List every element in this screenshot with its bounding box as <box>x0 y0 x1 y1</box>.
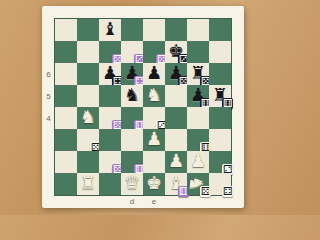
square-e6[interactable]: ♟ <box>143 63 165 85</box>
square-d7[interactable]: ⚂ <box>121 41 143 63</box>
square-f3[interactable] <box>165 129 187 151</box>
white-knight: ♞ <box>77 105 99 129</box>
square-e3[interactable]: ♟ <box>143 129 165 151</box>
square-c1[interactable] <box>99 173 121 195</box>
black-bishop: ♝ <box>99 17 121 41</box>
square-g1[interactable]: ♞⚄ <box>187 173 209 195</box>
square-d2[interactable]: ⚅ <box>121 151 143 173</box>
square-b8[interactable] <box>77 19 99 41</box>
rank-label <box>42 173 55 195</box>
rank-label: 4 <box>42 107 55 129</box>
square-c5[interactable] <box>99 85 121 107</box>
square-b3[interactable]: ⚄ <box>77 129 99 151</box>
square-a1[interactable] <box>55 173 77 195</box>
file-label <box>55 195 77 208</box>
rank-label <box>42 41 55 63</box>
white-die-4: ⚃ <box>222 186 233 197</box>
square-c8[interactable]: ♝ <box>99 19 121 41</box>
square-f6[interactable]: ♟⚄ <box>165 63 187 85</box>
square-a5[interactable] <box>55 85 77 107</box>
square-a6[interactable] <box>55 63 77 85</box>
rank-label: 5 <box>42 85 55 107</box>
file-label <box>77 195 99 208</box>
square-g6[interactable]: ♜⚄ <box>187 63 209 85</box>
square-a2[interactable] <box>55 151 77 173</box>
square-c3[interactable] <box>99 129 121 151</box>
rank-label <box>42 151 55 173</box>
square-c6[interactable]: ♟⚃ <box>99 63 121 85</box>
square-h4[interactable] <box>209 107 231 129</box>
square-g5[interactable]: ♟⚅ <box>187 85 209 107</box>
square-f7[interactable]: ♚⚂ <box>165 41 187 63</box>
square-a7[interactable] <box>55 41 77 63</box>
square-d4[interactable]: ⚅ <box>121 107 143 129</box>
square-d5[interactable]: ♞ <box>121 85 143 107</box>
white-pawn: ♟ <box>165 149 187 173</box>
file-label: e <box>143 195 165 208</box>
square-h1[interactable]: ⚃ <box>209 173 231 195</box>
white-king: ♚ <box>143 171 165 195</box>
square-e4[interactable]: ⚂ <box>143 107 165 129</box>
square-h3[interactable] <box>209 129 231 151</box>
square-d1[interactable]: ♛ <box>121 173 143 195</box>
rank-label: 6 <box>42 63 55 85</box>
square-h2[interactable]: ⚁ <box>209 151 231 173</box>
square-a3[interactable] <box>55 129 77 151</box>
white-queen: ♛ <box>121 171 143 195</box>
square-e7[interactable]: ⚄ <box>143 41 165 63</box>
white-rook: ♜ <box>77 171 99 195</box>
square-g7[interactable] <box>187 41 209 63</box>
table-surface: { "game": "chess (dice chess on a green-… <box>0 0 287 215</box>
black-knight: ♞ <box>121 83 143 107</box>
square-b5[interactable] <box>77 85 99 107</box>
square-b4[interactable]: ♞ <box>77 107 99 129</box>
square-e1[interactable]: ♚ <box>143 173 165 195</box>
square-h5[interactable]: ♜⚅ <box>209 85 231 107</box>
square-b7[interactable] <box>77 41 99 63</box>
chess-board: ♝⚄⚂⚄♚⚂♟⚃♟⚃♟♟⚄♜⚄♞♞♟⚅♜⚅♞⚄⚅⚂⚄♟⚅⚄⚅♟♟⚁♜♛♚♝⚅♞⚄… <box>55 19 231 195</box>
square-b2[interactable] <box>77 151 99 173</box>
square-e2[interactable] <box>143 151 165 173</box>
square-d8[interactable] <box>121 19 143 41</box>
white-knight: ♞ <box>143 83 165 107</box>
square-h7[interactable] <box>209 41 231 63</box>
vinyl-board-with-border: 654 ♝⚄⚂⚄♚⚂♟⚃♟⚃♟♟⚄♜⚄♞♞♟⚅♜⚅♞⚄⚅⚂⚄♟⚅⚄⚅♟♟⚁♜♛♚… <box>42 6 244 208</box>
file-label <box>99 195 121 208</box>
black-pawn: ♟ <box>143 61 165 85</box>
square-e8[interactable] <box>143 19 165 41</box>
square-f5[interactable] <box>165 85 187 107</box>
rank-label <box>42 19 55 41</box>
square-a4[interactable] <box>55 107 77 129</box>
square-g8[interactable] <box>187 19 209 41</box>
rank-label <box>42 129 55 151</box>
square-d6[interactable]: ♟⚃ <box>121 63 143 85</box>
square-d3[interactable] <box>121 129 143 151</box>
white-pawn: ♟ <box>143 127 165 151</box>
square-c2[interactable]: ⚄ <box>99 151 121 173</box>
square-f2[interactable]: ♟ <box>165 151 187 173</box>
square-f4[interactable] <box>165 107 187 129</box>
white-pawn: ♟ <box>187 149 209 173</box>
square-g4[interactable] <box>187 107 209 129</box>
square-c4[interactable]: ⚄ <box>99 107 121 129</box>
square-h8[interactable] <box>209 19 231 41</box>
square-e5[interactable]: ♞ <box>143 85 165 107</box>
file-label: d <box>121 195 143 208</box>
square-g2[interactable]: ♟ <box>187 151 209 173</box>
square-h6[interactable] <box>209 63 231 85</box>
square-c7[interactable]: ⚄ <box>99 41 121 63</box>
square-g3[interactable]: ⚅ <box>187 129 209 151</box>
square-a8[interactable] <box>55 19 77 41</box>
rank-labels: 654 <box>42 19 55 195</box>
square-b6[interactable] <box>77 63 99 85</box>
square-f1[interactable]: ♝⚅ <box>165 173 187 195</box>
square-b1[interactable]: ♜ <box>77 173 99 195</box>
square-f8[interactable] <box>165 19 187 41</box>
